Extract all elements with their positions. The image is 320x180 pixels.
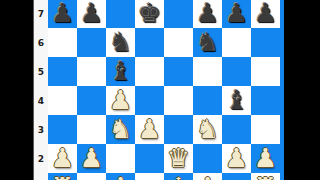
piece-white-pawn: ♟ <box>109 86 132 115</box>
square-e5[interactable] <box>164 57 193 86</box>
rank-label-4: 4 <box>34 86 48 115</box>
square-h4[interactable] <box>251 86 280 115</box>
square-c5[interactable]: ♝ <box>106 57 135 86</box>
square-a5[interactable] <box>48 57 77 86</box>
square-b2[interactable]: ♟ <box>77 144 106 173</box>
square-c6[interactable]: ♞ <box>106 28 135 57</box>
square-b1[interactable] <box>77 173 106 180</box>
square-b7[interactable]: ♟ <box>77 0 106 28</box>
square-g1[interactable] <box>222 173 251 180</box>
piece-black-knight: ♞ <box>196 28 219 57</box>
square-h7[interactable]: ♟ <box>251 0 280 28</box>
square-f7[interactable]: ♟ <box>193 0 222 28</box>
square-a4[interactable] <box>48 86 77 115</box>
square-b4[interactable] <box>77 86 106 115</box>
piece-white-knight: ♞ <box>109 115 132 144</box>
rank-label-3: 3 <box>34 115 48 144</box>
square-c3[interactable]: ♞ <box>106 115 135 144</box>
square-f3[interactable]: ♞ <box>193 115 222 144</box>
piece-white-bishop: ♝ <box>109 173 132 180</box>
square-f5[interactable] <box>193 57 222 86</box>
square-f4[interactable] <box>193 86 222 115</box>
square-a2[interactable]: ♟ <box>48 144 77 173</box>
square-b5[interactable] <box>77 57 106 86</box>
square-g2[interactable]: ♟ <box>222 144 251 173</box>
square-h5[interactable] <box>251 57 280 86</box>
piece-white-queen: ♛ <box>167 144 190 173</box>
piece-white-rook: ♜ <box>254 173 277 180</box>
square-e2[interactable]: ♛ <box>164 144 193 173</box>
chess-app-viewport: 7654321 ♟♟♚♟♟♟♞♞♝♟♝♞♟♞♟♟♛♟♟♜♝♚♝♜ <box>0 0 320 180</box>
square-g4[interactable]: ♝ <box>222 86 251 115</box>
piece-black-bishop: ♝ <box>109 57 132 86</box>
rank-label-5: 5 <box>34 57 48 86</box>
square-c2[interactable] <box>106 144 135 173</box>
board-right-border <box>280 0 284 180</box>
piece-black-pawn: ♟ <box>254 0 277 28</box>
piece-black-pawn: ♟ <box>80 0 103 28</box>
piece-white-king: ♚ <box>167 173 190 180</box>
piece-white-pawn: ♟ <box>138 115 161 144</box>
square-c1[interactable]: ♝ <box>106 173 135 180</box>
square-g3[interactable] <box>222 115 251 144</box>
piece-white-knight: ♞ <box>196 115 219 144</box>
piece-black-pawn: ♟ <box>225 0 248 28</box>
piece-white-pawn: ♟ <box>80 144 103 173</box>
square-d6[interactable] <box>135 28 164 57</box>
square-e6[interactable] <box>164 28 193 57</box>
square-d4[interactable] <box>135 86 164 115</box>
square-a1[interactable]: ♜ <box>48 173 77 180</box>
rank-label-column: 7654321 <box>33 0 48 180</box>
rank-label-6: 6 <box>34 28 48 57</box>
rank-label-2: 2 <box>34 144 48 173</box>
piece-white-pawn: ♟ <box>254 144 277 173</box>
square-d5[interactable] <box>135 57 164 86</box>
square-d3[interactable]: ♟ <box>135 115 164 144</box>
square-g6[interactable] <box>222 28 251 57</box>
rank-label-1: 1 <box>34 173 48 180</box>
square-h2[interactable]: ♟ <box>251 144 280 173</box>
square-b6[interactable] <box>77 28 106 57</box>
square-f2[interactable] <box>193 144 222 173</box>
square-a6[interactable] <box>48 28 77 57</box>
square-e1[interactable]: ♚ <box>164 173 193 180</box>
piece-white-pawn: ♟ <box>51 144 74 173</box>
square-f6[interactable]: ♞ <box>193 28 222 57</box>
square-d2[interactable] <box>135 144 164 173</box>
square-c4[interactable]: ♟ <box>106 86 135 115</box>
square-d7[interactable]: ♚ <box>135 0 164 28</box>
square-a3[interactable] <box>48 115 77 144</box>
square-a7[interactable]: ♟ <box>48 0 77 28</box>
piece-black-pawn: ♟ <box>196 0 219 28</box>
piece-black-pawn: ♟ <box>51 0 74 28</box>
square-e7[interactable] <box>164 0 193 28</box>
piece-black-bishop: ♝ <box>225 86 248 115</box>
piece-white-rook: ♜ <box>51 173 74 180</box>
square-g5[interactable] <box>222 57 251 86</box>
piece-white-bishop: ♝ <box>196 173 219 180</box>
square-e3[interactable] <box>164 115 193 144</box>
rank-label-7: 7 <box>34 0 48 28</box>
square-h3[interactable] <box>251 115 280 144</box>
square-d1[interactable] <box>135 173 164 180</box>
piece-black-king: ♚ <box>138 0 161 28</box>
square-f1[interactable]: ♝ <box>193 173 222 180</box>
square-h1[interactable]: ♜ <box>251 173 280 180</box>
square-h6[interactable] <box>251 28 280 57</box>
piece-white-pawn: ♟ <box>225 144 248 173</box>
square-c7[interactable] <box>106 0 135 28</box>
chess-board: ♟♟♚♟♟♟♞♞♝♟♝♞♟♞♟♟♛♟♟♜♝♚♝♜ <box>48 0 280 180</box>
square-g7[interactable]: ♟ <box>222 0 251 28</box>
square-b3[interactable] <box>77 115 106 144</box>
square-e4[interactable] <box>164 86 193 115</box>
piece-black-knight: ♞ <box>109 28 132 57</box>
